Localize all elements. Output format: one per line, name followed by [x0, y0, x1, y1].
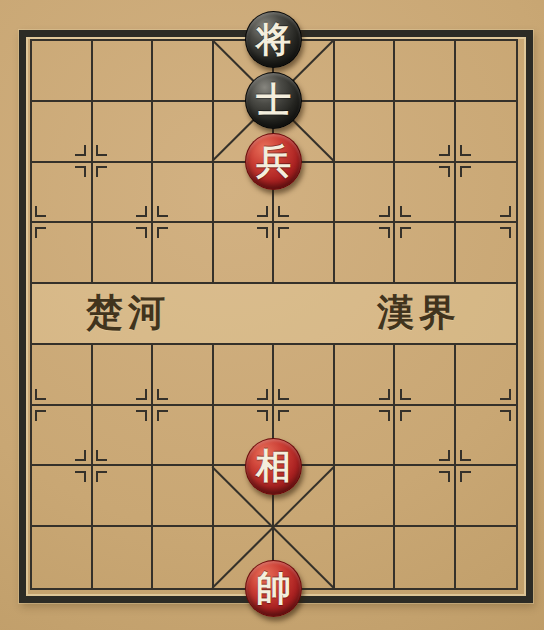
piece-black-general[interactable]: 将	[245, 11, 302, 68]
board-cell	[214, 284, 275, 345]
river-label-chu-river: 楚河	[86, 288, 170, 338]
board-cell	[456, 527, 517, 588]
board-cell	[32, 41, 93, 102]
board-cell	[32, 284, 93, 345]
board-cell	[335, 466, 396, 527]
board-cell	[153, 41, 214, 102]
board-cell	[456, 284, 517, 345]
board-cell	[456, 41, 517, 102]
piece-label: 将	[256, 22, 291, 57]
piece-black-advisor[interactable]: 士	[245, 72, 302, 129]
board-cell	[395, 41, 456, 102]
board-cell	[153, 466, 214, 527]
piece-label: 帥	[256, 571, 291, 606]
piece-red-soldier[interactable]: 兵	[245, 133, 302, 190]
board-cell	[93, 527, 154, 588]
board-cell	[153, 527, 214, 588]
board-cell	[335, 102, 396, 163]
xiangqi-board: 楚河 漢界 将士兵相帥	[0, 0, 544, 630]
board-cell	[335, 41, 396, 102]
piece-red-elephant[interactable]: 相	[245, 438, 302, 495]
piece-label: 相	[256, 449, 291, 484]
board-cell	[335, 527, 396, 588]
river-label-han-border: 漢界	[377, 288, 461, 338]
board-cell	[32, 527, 93, 588]
board-cell	[395, 527, 456, 588]
board-cell	[153, 102, 214, 163]
piece-label: 士	[256, 83, 291, 118]
board-cell	[93, 41, 154, 102]
board-cell	[274, 284, 335, 345]
piece-red-general[interactable]: 帥	[245, 560, 302, 617]
piece-label: 兵	[256, 144, 291, 179]
